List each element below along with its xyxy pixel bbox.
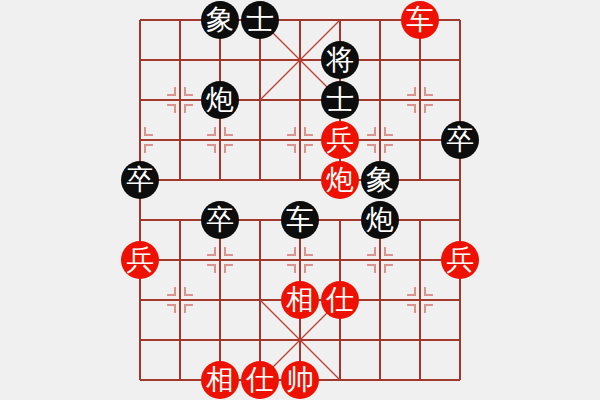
piece-black-elephant[interactable]: 象 — [361, 161, 399, 199]
board-point: 兵 — [120, 240, 160, 280]
board-point: 兵 — [320, 120, 360, 160]
piece-red-advisor[interactable]: 仕 — [241, 361, 279, 399]
board-point: 车 — [280, 200, 320, 240]
piece-black-general[interactable]: 将 — [321, 41, 359, 79]
piece-red-general[interactable]: 帅 — [281, 361, 319, 399]
piece-red-soldier[interactable]: 兵 — [321, 121, 359, 159]
piece-black-cannon[interactable]: 炮 — [361, 201, 399, 239]
piece-red-advisor[interactable]: 仕 — [321, 281, 359, 319]
piece-red-elephant[interactable]: 相 — [201, 361, 239, 399]
board-point: 象 — [200, 0, 240, 40]
board-point: 卒 — [200, 200, 240, 240]
piece-black-advisor[interactable]: 士 — [321, 81, 359, 119]
piece-black-elephant[interactable]: 象 — [201, 1, 239, 39]
board-point: 车 — [400, 0, 440, 40]
board-point: 将 — [320, 40, 360, 80]
board-point: 帅 — [280, 360, 320, 400]
board-point: 炮 — [320, 160, 360, 200]
board-point: 仕 — [320, 280, 360, 320]
piece-black-cannon[interactable]: 炮 — [201, 81, 239, 119]
board-point: 士 — [240, 0, 280, 40]
piece-black-chariot[interactable]: 车 — [281, 201, 319, 239]
piece-layer: 象士车将炮士兵卒卒炮象卒车炮兵兵相仕相仕帅 — [120, 0, 480, 400]
board-point: 仕 — [240, 360, 280, 400]
piece-red-soldier[interactable]: 兵 — [121, 241, 159, 279]
piece-red-cannon[interactable]: 炮 — [321, 161, 359, 199]
piece-black-soldier[interactable]: 卒 — [441, 121, 479, 159]
board-point: 兵 — [440, 240, 480, 280]
piece-black-soldier[interactable]: 卒 — [121, 161, 159, 199]
piece-red-chariot[interactable]: 车 — [401, 1, 439, 39]
piece-black-advisor[interactable]: 士 — [241, 1, 279, 39]
board-point: 卒 — [120, 160, 160, 200]
board-point: 炮 — [200, 80, 240, 120]
xiangqi-board: 象士车将炮士兵卒卒炮象卒车炮兵兵相仕相仕帅 — [0, 0, 600, 400]
board-point: 士 — [320, 80, 360, 120]
board-point: 象 — [360, 160, 400, 200]
piece-black-soldier[interactable]: 卒 — [201, 201, 239, 239]
board-point: 卒 — [440, 120, 480, 160]
piece-red-elephant[interactable]: 相 — [281, 281, 319, 319]
piece-red-soldier[interactable]: 兵 — [441, 241, 479, 279]
board-point: 炮 — [360, 200, 400, 240]
board-point: 相 — [200, 360, 240, 400]
board-point: 相 — [280, 280, 320, 320]
